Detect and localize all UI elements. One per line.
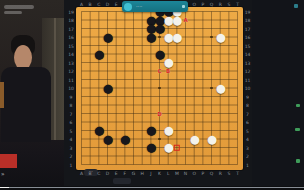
go-board[interactable]: ●●●●●●●●●●●●●●●●●●●●●●●●●●●●ABCD — [76, 7, 243, 170]
coord-left-14: 14 — [68, 52, 74, 57]
watermark-line-1 — [4, 5, 34, 9]
star-point — [158, 138, 160, 140]
coord-top-R: R — [219, 1, 222, 6]
coord-right-7: 7 — [246, 111, 249, 116]
coord-bottom-T: T — [236, 170, 239, 175]
coord-top-P: P — [202, 1, 205, 6]
coord-right-15: 15 — [245, 43, 251, 48]
coord-bottom-K: K — [158, 170, 161, 175]
coord-left-15: 15 — [68, 43, 74, 48]
wall-edge — [54, 18, 56, 140]
coord-bottom-E: E — [115, 170, 118, 175]
video-seekbar[interactable] — [0, 186, 304, 190]
coord-left-8: 8 — [70, 103, 73, 108]
white-stone-R16: ● — [216, 33, 225, 42]
black-stone-D16: ● — [103, 33, 112, 42]
coord-bottom-D: D — [106, 170, 109, 175]
coord-left-18: 18 — [68, 18, 74, 23]
coord-bottom-N: N — [184, 170, 187, 175]
white-stone-L13: ● — [164, 58, 173, 67]
black-stone-J5: ● — [146, 126, 155, 135]
review-toolbar: «‹◀▶›» A✎○ ⊡ — [0, 176, 304, 186]
coord-right-4: 4 — [246, 137, 249, 142]
coord-top-O: O — [192, 1, 196, 6]
coord-left-1: 1 — [70, 162, 73, 167]
coord-left-13: 13 — [68, 60, 74, 65]
coord-right-5: 5 — [246, 128, 249, 133]
black-stone-D10: ● — [103, 84, 112, 93]
coord-bottom-F: F — [124, 170, 127, 175]
coord-left-19: 19 — [68, 9, 74, 14]
coord-left-12: 12 — [68, 69, 74, 74]
seekbar-progress — [0, 187, 9, 189]
coord-left-2: 2 — [70, 154, 73, 159]
coord-right-16: 16 — [245, 35, 251, 40]
coord-top-S: S — [227, 1, 230, 6]
star-point — [210, 87, 212, 89]
coord-left-11: 11 — [68, 77, 74, 82]
white-stone-O4: ● — [190, 135, 199, 144]
coord-bottom-B: B — [89, 170, 92, 175]
coord-bottom-C: C — [97, 170, 100, 175]
coord-bottom-P: P — [202, 170, 205, 175]
chair — [0, 82, 4, 108]
coord-left-4: 4 — [70, 137, 73, 142]
coord-bottom-H: H — [140, 170, 143, 175]
coord-bottom-R: R — [219, 170, 222, 175]
coord-bottom-S: S — [227, 170, 230, 175]
star-point — [210, 36, 212, 38]
coord-right-12: 12 — [245, 69, 251, 74]
app-window: ●●●●●●●●●●●●●●●●●●●●●●●●●●●●ABCD ···· ⋯ … — [0, 0, 304, 190]
badge-label: ···· — [136, 3, 142, 9]
seekbar-track — [0, 187, 304, 189]
black-stone-J16: ● — [146, 33, 155, 42]
coord-left-3: 3 — [70, 145, 73, 150]
coord-left-10: 10 — [68, 86, 74, 91]
right-panel — [252, 0, 304, 190]
coord-left-16: 16 — [68, 35, 74, 40]
coord-top-D: D — [106, 1, 109, 6]
coord-right-3: 3 — [246, 145, 249, 150]
coord-top-A: A — [80, 1, 83, 6]
coord-right-8: 8 — [246, 103, 249, 108]
coord-right-18: 18 — [245, 18, 251, 23]
coord-left-9: 9 — [70, 94, 73, 99]
close-icon[interactable] — [182, 5, 186, 9]
chat-emote — [296, 104, 300, 107]
star-point — [158, 36, 160, 38]
white-stone-L3: ● — [164, 143, 173, 152]
white-stone-M16: ● — [172, 33, 181, 42]
red-object — [0, 154, 17, 168]
coord-right-6: 6 — [246, 120, 249, 125]
black-stone-C14: ● — [94, 50, 103, 59]
coord-bottom-L: L — [167, 170, 170, 175]
coord-left-6: 6 — [70, 120, 73, 125]
coord-right-2: 2 — [246, 154, 249, 159]
chat-emote — [296, 159, 300, 163]
variation-label-C: C — [157, 68, 161, 74]
playlist-toggle-icon[interactable]: » — [1, 170, 5, 177]
black-stone-K14: ● — [155, 50, 164, 59]
white-stone-R10: ● — [216, 84, 225, 93]
coord-right-13: 13 — [245, 60, 251, 65]
coord-right-19: 19 — [245, 9, 251, 14]
tool-input[interactable] — [113, 178, 131, 184]
coord-top-T: T — [236, 1, 239, 6]
coord-bottom-Q: Q — [210, 170, 214, 175]
coord-right-14: 14 — [245, 52, 251, 57]
coord-bottom-M: M — [175, 170, 179, 175]
coord-right-9: 9 — [246, 94, 249, 99]
coord-left-7: 7 — [70, 111, 73, 116]
coord-right-1: 1 — [246, 162, 249, 167]
black-stone-F4: ● — [120, 135, 129, 144]
last-move-square-marker — [174, 144, 181, 151]
coord-top-Q: Q — [210, 1, 214, 6]
coord-top-C: C — [97, 1, 100, 6]
panel-icon — [294, 4, 298, 8]
avatar — [124, 3, 132, 11]
coord-bottom-O: O — [192, 170, 196, 175]
coord-right-17: 17 — [245, 26, 251, 31]
webcam-video[interactable] — [0, 0, 64, 190]
variation-label-B: B — [166, 68, 170, 74]
black-stone-J3: ● — [146, 143, 155, 152]
star-point — [158, 87, 160, 89]
coord-right-11: 11 — [245, 77, 251, 82]
white-stone-L5: ● — [164, 126, 173, 135]
coord-top-B: B — [89, 1, 92, 6]
coord-right-10: 10 — [245, 86, 251, 91]
black-stone-C5: ● — [94, 126, 103, 135]
variation-label-A: A — [183, 17, 187, 23]
white-stone-M18: ● — [172, 16, 181, 25]
variation-label-D: D — [157, 111, 162, 117]
chat-emote — [295, 128, 300, 131]
black-stone-D4: ● — [103, 135, 112, 144]
streamer-body — [1, 67, 51, 142]
white-stone-Q4: ● — [207, 135, 216, 144]
watermark-line-2 — [4, 11, 22, 14]
coord-left-17: 17 — [68, 26, 74, 31]
coord-bottom-A: A — [80, 170, 83, 175]
game-info-badge[interactable]: ···· — [122, 1, 188, 12]
coord-left-5: 5 — [70, 128, 73, 133]
black-stone-K17: ● — [155, 24, 164, 33]
coord-bottom-G: G — [132, 170, 136, 175]
coord-top-E: E — [115, 1, 118, 6]
coord-bottom-J: J — [150, 170, 151, 175]
